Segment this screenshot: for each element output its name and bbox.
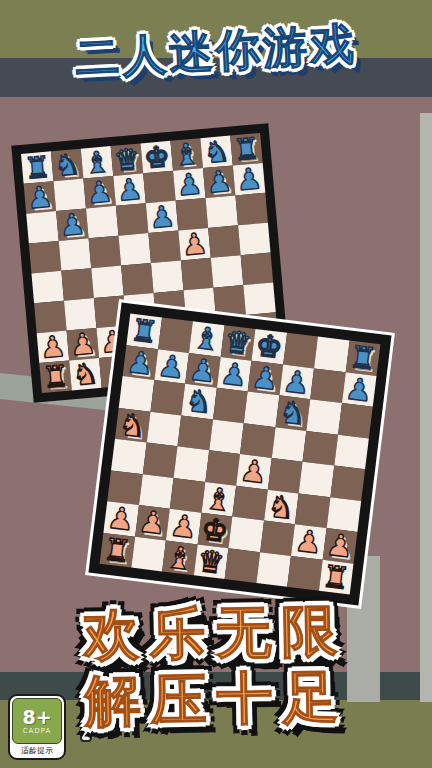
sq-e6[interactable] xyxy=(244,391,279,426)
tagline-line-1: 欢乐无限 xyxy=(0,596,432,670)
blue-pawn-piece[interactable]: ♟ xyxy=(26,181,55,213)
blue-pawn-piece[interactable]: ♟ xyxy=(205,166,234,198)
sq-g5[interactable] xyxy=(208,225,241,258)
age-rating-badge: 8+ CADPA 适龄提示 xyxy=(8,694,66,760)
sq-g3[interactable] xyxy=(213,285,246,318)
orange-knight-piece[interactable]: ♞ xyxy=(266,489,297,524)
blue-knight-piece[interactable]: ♞ xyxy=(53,149,82,181)
sq-e6[interactable]: ♟ xyxy=(146,201,179,234)
sq-c4[interactable] xyxy=(91,266,124,299)
sq-a1[interactable]: ♜ xyxy=(39,361,72,394)
sq-b8[interactable]: ♞ xyxy=(51,149,84,182)
sq-g6[interactable] xyxy=(306,399,341,434)
sq-d6[interactable] xyxy=(213,388,248,423)
sq-g1[interactable] xyxy=(287,555,322,590)
sq-h6[interactable] xyxy=(338,403,373,438)
sq-g4[interactable] xyxy=(211,255,244,288)
sq-d5[interactable] xyxy=(118,233,151,266)
sq-d1[interactable]: ♛ xyxy=(193,544,228,579)
sq-a4[interactable] xyxy=(111,439,146,474)
sq-a5[interactable] xyxy=(29,241,62,274)
orange-pawn-piece[interactable]: ♟ xyxy=(238,454,269,489)
sq-f5[interactable] xyxy=(271,427,306,462)
sq-e3[interactable] xyxy=(232,485,267,520)
sq-h6[interactable] xyxy=(235,193,268,226)
blue-pawn-piece[interactable]: ♟ xyxy=(125,345,156,380)
orange-knight-piece[interactable]: ♞ xyxy=(117,408,148,443)
orange-pawn-piece[interactable]: ♟ xyxy=(137,505,168,540)
sq-c6[interactable] xyxy=(86,206,119,239)
blue-knight-piece[interactable]: ♞ xyxy=(184,384,215,419)
sq-d5[interactable] xyxy=(209,419,244,454)
blue-king-piece[interactable]: ♚ xyxy=(143,141,172,173)
sq-a7[interactable]: ♟ xyxy=(24,181,57,214)
orange-knight-piece[interactable]: ♞ xyxy=(71,358,100,390)
sq-f5[interactable]: ♟ xyxy=(178,228,211,261)
sq-d7[interactable]: ♟ xyxy=(113,173,146,206)
ad-screenshot: 二人迷你游戏 ♜♞♝♛♚♝♞♜♟♟♟♟♟♟♟♟♟♟♟♟♜♞♝ ♜♝♛♚♜♟♟♟♟… xyxy=(0,0,432,768)
blue-pawn-piece[interactable]: ♟ xyxy=(85,176,114,208)
sq-g4[interactable] xyxy=(299,462,334,497)
age-rating-org: CADPA xyxy=(23,727,52,736)
sq-c5[interactable] xyxy=(177,415,212,450)
sq-h7[interactable]: ♟ xyxy=(341,372,376,407)
sq-f2[interactable] xyxy=(260,520,295,555)
orange-pawn-piece[interactable]: ♟ xyxy=(180,228,209,260)
sq-h3[interactable] xyxy=(243,282,276,315)
sq-a1[interactable]: ♜ xyxy=(100,532,135,567)
sq-h7[interactable]: ♟ xyxy=(233,163,266,196)
sq-g7[interactable]: ♟ xyxy=(203,165,236,198)
sq-e1[interactable] xyxy=(225,548,260,583)
sq-g5[interactable] xyxy=(303,430,338,465)
blue-pawn-piece[interactable]: ♟ xyxy=(148,201,177,233)
sq-h1[interactable]: ♜ xyxy=(318,559,353,594)
sq-f4[interactable] xyxy=(181,258,214,291)
chess-board-2-grid: ♜♝♛♚♜♟♟♟♟♟♟♟♞♞♞♟♝♞♟♟♟♚♟♟♜♝♛♜ xyxy=(100,314,381,595)
sq-b2[interactable]: ♟ xyxy=(135,505,170,540)
sq-a6[interactable] xyxy=(26,211,59,244)
sq-a7[interactable]: ♟ xyxy=(123,345,158,380)
orange-rook-piece[interactable]: ♜ xyxy=(102,533,133,568)
blue-pawn-piece[interactable]: ♟ xyxy=(115,174,144,206)
sq-b5[interactable] xyxy=(59,238,92,271)
orange-rook-piece[interactable]: ♜ xyxy=(41,361,70,393)
age-rating-value: 8+ xyxy=(22,707,51,727)
sq-f7[interactable]: ♟ xyxy=(173,168,206,201)
sq-b6[interactable] xyxy=(150,380,185,415)
sq-d4[interactable] xyxy=(121,263,154,296)
sq-e4[interactable]: ♟ xyxy=(236,454,271,489)
sq-c4[interactable] xyxy=(174,446,209,481)
sq-c1[interactable]: ♝ xyxy=(162,540,197,575)
sq-b7[interactable]: ♟ xyxy=(154,349,189,384)
sq-c6[interactable]: ♞ xyxy=(181,384,216,419)
orange-queen-piece[interactable]: ♛ xyxy=(196,544,227,579)
sq-b4[interactable] xyxy=(142,442,177,477)
sq-h5[interactable] xyxy=(238,223,271,256)
sq-h5[interactable] xyxy=(334,434,369,469)
blue-knight-piece[interactable]: ♞ xyxy=(277,396,308,431)
sq-f1[interactable] xyxy=(256,552,291,587)
age-rating-green-box: 8+ CADPA xyxy=(12,698,62,744)
sq-a4[interactable] xyxy=(31,271,64,304)
blue-pawn-piece[interactable]: ♟ xyxy=(175,168,204,200)
sq-d7[interactable]: ♟ xyxy=(216,356,251,391)
blue-pawn-piece[interactable]: ♟ xyxy=(250,360,281,395)
sq-g2[interactable]: ♟ xyxy=(291,524,326,559)
sq-b1[interactable] xyxy=(131,536,166,571)
sq-g6[interactable] xyxy=(206,195,239,228)
sq-e5[interactable] xyxy=(148,230,181,263)
sq-h4[interactable] xyxy=(241,253,274,286)
sq-a5[interactable]: ♞ xyxy=(115,407,150,442)
blue-pawn-piece[interactable]: ♟ xyxy=(344,372,375,407)
sq-f3[interactable]: ♞ xyxy=(264,489,299,524)
sq-b6[interactable]: ♟ xyxy=(56,208,89,241)
sq-b4[interactable] xyxy=(61,268,94,301)
sq-h4[interactable] xyxy=(330,466,365,501)
sq-e7[interactable]: ♟ xyxy=(248,360,283,395)
orange-rook-piece[interactable]: ♜ xyxy=(321,560,352,595)
sq-f6[interactable]: ♞ xyxy=(275,395,310,430)
sq-e4[interactable] xyxy=(151,260,184,293)
orange-pawn-piece[interactable]: ♟ xyxy=(293,524,324,559)
blue-pawn-piece[interactable]: ♟ xyxy=(219,357,250,392)
sq-b5[interactable] xyxy=(146,411,181,446)
sq-e2[interactable] xyxy=(228,517,263,552)
blue-pawn-piece[interactable]: ♟ xyxy=(156,349,187,384)
sq-d6[interactable] xyxy=(116,203,149,236)
sq-c5[interactable] xyxy=(89,236,122,269)
age-rating-label: 适龄提示 xyxy=(12,744,62,756)
sq-g7[interactable] xyxy=(310,368,345,403)
sq-g8[interactable] xyxy=(314,337,349,372)
sq-b1[interactable]: ♞ xyxy=(69,358,102,391)
chess-board-2[interactable]: ♜♝♛♚♜♟♟♟♟♟♟♟♞♞♞♟♝♞♟♟♟♚♟♟♜♝♛♜ xyxy=(88,302,391,605)
sq-e8[interactable]: ♚ xyxy=(141,141,174,174)
blue-pawn-piece[interactable]: ♟ xyxy=(58,209,87,241)
blue-pawn-piece[interactable]: ♟ xyxy=(235,163,264,195)
sq-c7[interactable]: ♟ xyxy=(83,176,116,209)
orange-bishop-piece[interactable]: ♝ xyxy=(164,540,195,575)
